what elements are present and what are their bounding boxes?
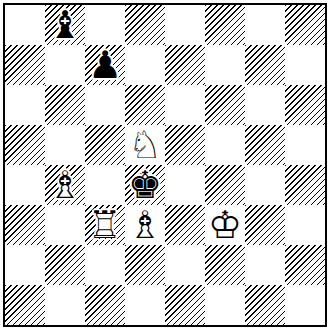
square-c3[interactable]: ♜♖ xyxy=(85,205,125,245)
square-c2[interactable] xyxy=(85,245,125,285)
bishop-fill-glyph: ♝ xyxy=(125,205,165,245)
square-c4[interactable] xyxy=(85,165,125,205)
square-c1[interactable] xyxy=(85,285,125,325)
square-g8[interactable] xyxy=(245,5,285,45)
square-c5[interactable] xyxy=(85,125,125,165)
white-rook-icon: ♖ xyxy=(85,205,125,245)
black-king[interactable]: ♚ xyxy=(125,165,165,205)
square-g3[interactable] xyxy=(245,205,285,245)
square-h6[interactable] xyxy=(285,85,325,125)
square-f7[interactable] xyxy=(205,45,245,85)
white-bishop-icon: ♗ xyxy=(125,205,165,245)
square-f6[interactable] xyxy=(205,85,245,125)
square-a7[interactable] xyxy=(5,45,45,85)
square-b4[interactable]: ♝♗ xyxy=(45,165,85,205)
square-d7[interactable] xyxy=(125,45,165,85)
white-bishop-icon: ♗ xyxy=(45,165,85,205)
square-b8[interactable]: ♝ xyxy=(45,5,85,45)
square-b7[interactable] xyxy=(45,45,85,85)
square-b1[interactable] xyxy=(45,285,85,325)
square-h4[interactable] xyxy=(285,165,325,205)
square-f4[interactable] xyxy=(205,165,245,205)
square-c8[interactable] xyxy=(85,5,125,45)
square-f1[interactable] xyxy=(205,285,245,325)
square-a8[interactable] xyxy=(5,5,45,45)
square-h7[interactable] xyxy=(285,45,325,85)
square-d5[interactable]: ♞♘ xyxy=(125,125,165,165)
square-f3[interactable]: ♚♔ xyxy=(205,205,245,245)
square-e1[interactable] xyxy=(165,285,205,325)
square-g6[interactable] xyxy=(245,85,285,125)
king-fill-glyph: ♚ xyxy=(205,205,245,245)
square-h2[interactable] xyxy=(285,245,325,285)
square-h5[interactable] xyxy=(285,125,325,165)
square-d3[interactable]: ♝♗ xyxy=(125,205,165,245)
square-a4[interactable] xyxy=(5,165,45,205)
square-a3[interactable] xyxy=(5,205,45,245)
square-b2[interactable] xyxy=(45,245,85,285)
square-e6[interactable] xyxy=(165,85,205,125)
square-f2[interactable] xyxy=(205,245,245,285)
white-knight-icon: ♘ xyxy=(125,125,165,165)
chess-board-frame: ♝♟♞♘♝♗♚♜♖♝♗♚♔ xyxy=(3,3,327,327)
black-king-icon: ♚ xyxy=(125,165,165,205)
white-king[interactable]: ♚♔ xyxy=(205,205,245,245)
white-rook[interactable]: ♜♖ xyxy=(85,205,125,245)
square-d2[interactable] xyxy=(125,245,165,285)
square-g7[interactable] xyxy=(245,45,285,85)
black-bishop-icon: ♝ xyxy=(45,5,85,45)
square-b3[interactable] xyxy=(45,205,85,245)
square-e7[interactable] xyxy=(165,45,205,85)
square-e8[interactable] xyxy=(165,5,205,45)
white-bishop[interactable]: ♝♗ xyxy=(125,205,165,245)
square-e5[interactable] xyxy=(165,125,205,165)
square-b5[interactable] xyxy=(45,125,85,165)
white-king-icon: ♔ xyxy=(205,205,245,245)
square-h1[interactable] xyxy=(285,285,325,325)
square-a2[interactable] xyxy=(5,245,45,285)
rook-fill-glyph: ♜ xyxy=(85,205,125,245)
square-e4[interactable] xyxy=(165,165,205,205)
square-a5[interactable] xyxy=(5,125,45,165)
black-pawn-icon: ♟ xyxy=(85,45,125,85)
square-h8[interactable] xyxy=(285,5,325,45)
square-b6[interactable] xyxy=(45,85,85,125)
square-h3[interactable] xyxy=(285,205,325,245)
square-g4[interactable] xyxy=(245,165,285,205)
square-c7[interactable]: ♟ xyxy=(85,45,125,85)
square-a1[interactable] xyxy=(5,285,45,325)
black-pawn[interactable]: ♟ xyxy=(85,45,125,85)
square-g2[interactable] xyxy=(245,245,285,285)
square-g1[interactable] xyxy=(245,285,285,325)
square-c6[interactable] xyxy=(85,85,125,125)
chess-board: ♝♟♞♘♝♗♚♜♖♝♗♚♔ xyxy=(5,5,325,325)
square-d6[interactable] xyxy=(125,85,165,125)
square-a6[interactable] xyxy=(5,85,45,125)
square-f8[interactable] xyxy=(205,5,245,45)
knight-fill-glyph: ♞ xyxy=(125,125,165,165)
square-d1[interactable] xyxy=(125,285,165,325)
white-bishop[interactable]: ♝♗ xyxy=(45,165,85,205)
black-bishop[interactable]: ♝ xyxy=(45,5,85,45)
square-g5[interactable] xyxy=(245,125,285,165)
square-d4[interactable]: ♚ xyxy=(125,165,165,205)
bishop-fill-glyph: ♝ xyxy=(45,165,85,205)
square-e2[interactable] xyxy=(165,245,205,285)
square-e3[interactable] xyxy=(165,205,205,245)
square-f5[interactable] xyxy=(205,125,245,165)
square-d8[interactable] xyxy=(125,5,165,45)
white-knight[interactable]: ♞♘ xyxy=(125,125,165,165)
